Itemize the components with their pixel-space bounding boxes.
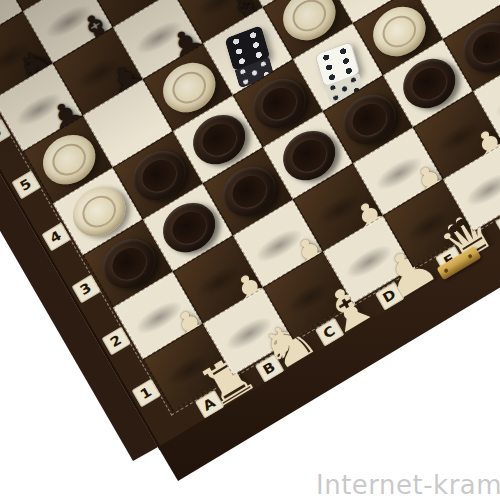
watermark-text: Internet-krama.by (316, 470, 500, 500)
piece-shadow (492, 79, 500, 124)
product-photo-stage: ABCDEFGH887♞♝76♟♟♟♝65544332♟♟♟♟♟♟♟21♜♞♝♟… (0, 0, 500, 500)
chess-checkers-board[interactable]: ABCDEFGH887♞♝76♟♟♟♝65544332♟♟♟♟♟♟♟21♜♞♝♟… (0, 0, 500, 450)
black-die[interactable] (224, 25, 270, 72)
white-die[interactable] (314, 41, 360, 88)
